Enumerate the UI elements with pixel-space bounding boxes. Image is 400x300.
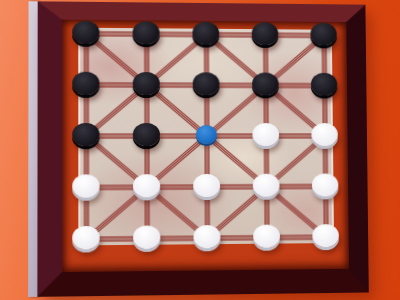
white-piece-r4c2[interactable] bbox=[193, 225, 220, 248]
alquerque-board bbox=[78, 28, 334, 246]
black-piece-r1c3[interactable] bbox=[252, 72, 279, 95]
white-piece-r3c2[interactable] bbox=[193, 173, 220, 196]
black-piece-r1c1[interactable] bbox=[133, 71, 160, 94]
white-piece-r3c1[interactable] bbox=[133, 174, 160, 197]
white-piece-r3c3[interactable] bbox=[253, 173, 280, 196]
black-piece-r1c4[interactable] bbox=[311, 72, 338, 95]
framed-board bbox=[28, 1, 369, 297]
white-piece-r4c4[interactable] bbox=[312, 224, 339, 247]
blue-piece-r2c2[interactable] bbox=[196, 125, 217, 144]
black-piece-r0c4[interactable] bbox=[310, 22, 336, 45]
black-piece-r0c0[interactable] bbox=[72, 20, 99, 43]
white-piece-r2c4[interactable] bbox=[311, 123, 338, 146]
orange-mat bbox=[62, 20, 349, 272]
white-piece-r4c0[interactable] bbox=[72, 225, 100, 249]
white-piece-r3c4[interactable] bbox=[312, 173, 339, 196]
black-piece-r0c1[interactable] bbox=[133, 21, 160, 44]
white-piece-r3c0[interactable] bbox=[72, 174, 99, 197]
photo-scene bbox=[0, 0, 400, 300]
black-piece-r0c2[interactable] bbox=[192, 21, 219, 44]
black-piece-r1c2[interactable] bbox=[193, 72, 220, 95]
white-piece-r4c1[interactable] bbox=[133, 225, 160, 248]
black-piece-r2c0[interactable] bbox=[72, 122, 99, 145]
picture-frame bbox=[37, 1, 368, 297]
white-piece-r4c3[interactable] bbox=[253, 224, 280, 247]
white-piece-r2c3[interactable] bbox=[252, 123, 279, 146]
black-piece-r1c0[interactable] bbox=[72, 71, 99, 94]
black-piece-r0c3[interactable] bbox=[252, 22, 279, 45]
black-piece-r2c1[interactable] bbox=[133, 123, 160, 146]
